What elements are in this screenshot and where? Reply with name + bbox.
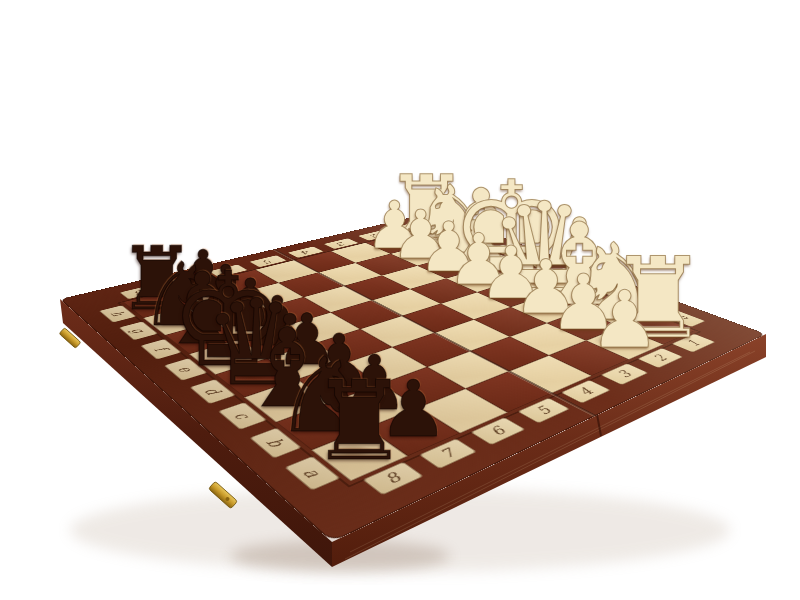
coordinate-label: 6 [487,425,510,437]
coordinate-label: 3 [334,241,348,246]
coordinate-label: 3 [614,369,635,379]
coordinate-label: 4 [299,250,313,255]
coordinate-label: 5 [533,405,555,416]
piece-black-rook-a8[interactable]: ♜ [310,368,408,478]
piece-white-pawn-a2[interactable]: ♟ [589,281,660,360]
chess-set-photo: hhggffeeddccbbaa1122334455667788 ♜♞♝♛♚♝♞… [0,0,800,600]
coordinate-label: 4 [575,386,597,396]
